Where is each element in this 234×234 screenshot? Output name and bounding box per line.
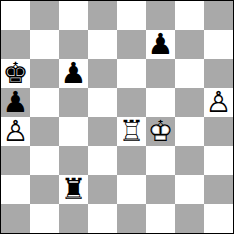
square-g7[interactable] xyxy=(175,30,204,59)
square-d3[interactable] xyxy=(88,146,117,175)
square-d4[interactable] xyxy=(88,117,117,146)
piece-white-pawn: ♙ xyxy=(1,117,30,146)
square-h3[interactable] xyxy=(204,146,233,175)
square-a8[interactable] xyxy=(1,1,30,30)
square-d5[interactable] xyxy=(88,88,117,117)
square-h4[interactable] xyxy=(204,117,233,146)
piece-black-pawn: ♟ xyxy=(1,88,30,117)
square-e5[interactable] xyxy=(117,88,146,117)
piece-white-rook-fill: ♜ xyxy=(117,117,146,146)
square-e7[interactable] xyxy=(117,30,146,59)
square-a6[interactable]: ♚ xyxy=(1,59,30,88)
piece-white-king-fill: ♚ xyxy=(146,117,175,146)
square-g4[interactable] xyxy=(175,117,204,146)
square-h6[interactable] xyxy=(204,59,233,88)
square-e6[interactable] xyxy=(117,59,146,88)
square-g5[interactable] xyxy=(175,88,204,117)
square-d1[interactable] xyxy=(88,204,117,233)
square-h1[interactable] xyxy=(204,204,233,233)
square-f2[interactable] xyxy=(146,175,175,204)
square-a5[interactable]: ♟ xyxy=(1,88,30,117)
square-f5[interactable] xyxy=(146,88,175,117)
square-a4[interactable]: ♟♙ xyxy=(1,117,30,146)
square-b7[interactable] xyxy=(30,30,59,59)
square-c4[interactable] xyxy=(59,117,88,146)
square-e4[interactable]: ♜♖ xyxy=(117,117,146,146)
square-h7[interactable] xyxy=(204,30,233,59)
square-b5[interactable] xyxy=(30,88,59,117)
piece-white-pawn: ♙ xyxy=(204,88,233,117)
square-b2[interactable] xyxy=(30,175,59,204)
square-g8[interactable] xyxy=(175,1,204,30)
square-a3[interactable] xyxy=(1,146,30,175)
square-b1[interactable] xyxy=(30,204,59,233)
piece-white-rook: ♖ xyxy=(117,117,146,146)
square-h5[interactable]: ♟♙ xyxy=(204,88,233,117)
piece-black-king: ♚ xyxy=(1,59,30,88)
piece-white-pawn-fill: ♟ xyxy=(1,117,30,146)
piece-black-pawn: ♟ xyxy=(59,59,88,88)
square-h2[interactable] xyxy=(204,175,233,204)
square-f6[interactable] xyxy=(146,59,175,88)
square-d6[interactable] xyxy=(88,59,117,88)
square-b3[interactable] xyxy=(30,146,59,175)
piece-black-pawn: ♟ xyxy=(146,30,175,59)
square-e2[interactable] xyxy=(117,175,146,204)
chess-board: ♟♚♟♟♟♙♟♙♜♖♚♔♜ xyxy=(0,0,234,234)
piece-white-king: ♔ xyxy=(146,117,175,146)
square-a7[interactable] xyxy=(1,30,30,59)
square-d2[interactable] xyxy=(88,175,117,204)
square-h8[interactable] xyxy=(204,1,233,30)
square-c8[interactable] xyxy=(59,1,88,30)
square-a2[interactable] xyxy=(1,175,30,204)
square-d8[interactable] xyxy=(88,1,117,30)
square-c7[interactable] xyxy=(59,30,88,59)
square-f4[interactable]: ♚♔ xyxy=(146,117,175,146)
square-c1[interactable] xyxy=(59,204,88,233)
square-c3[interactable] xyxy=(59,146,88,175)
square-e3[interactable] xyxy=(117,146,146,175)
square-f7[interactable]: ♟ xyxy=(146,30,175,59)
square-c5[interactable] xyxy=(59,88,88,117)
square-g2[interactable] xyxy=(175,175,204,204)
square-e1[interactable] xyxy=(117,204,146,233)
square-g3[interactable] xyxy=(175,146,204,175)
square-e8[interactable] xyxy=(117,1,146,30)
piece-white-pawn-fill: ♟ xyxy=(204,88,233,117)
square-f3[interactable] xyxy=(146,146,175,175)
square-b4[interactable] xyxy=(30,117,59,146)
square-b6[interactable] xyxy=(30,59,59,88)
square-g6[interactable] xyxy=(175,59,204,88)
square-c6[interactable]: ♟ xyxy=(59,59,88,88)
square-b8[interactable] xyxy=(30,1,59,30)
square-d7[interactable] xyxy=(88,30,117,59)
square-g1[interactable] xyxy=(175,204,204,233)
square-a1[interactable] xyxy=(1,204,30,233)
square-f8[interactable] xyxy=(146,1,175,30)
square-f1[interactable] xyxy=(146,204,175,233)
piece-black-rook: ♜ xyxy=(59,175,88,204)
square-c2[interactable]: ♜ xyxy=(59,175,88,204)
